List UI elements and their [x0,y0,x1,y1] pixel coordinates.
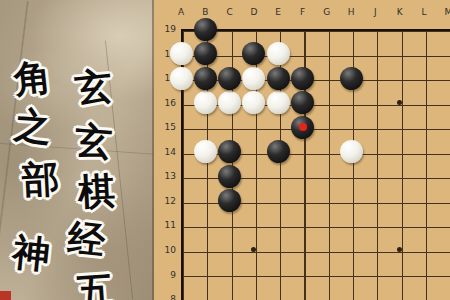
column-label-L: L [417,7,431,17]
title-right-char-5: 五 [75,272,114,300]
red-corner-mark [0,291,11,300]
column-label-B: B [198,7,212,17]
go-board-panel: ABCDEFGHJKLM1918171615141312111098 [154,0,450,300]
column-label-E: E [271,7,285,17]
row-label-16: 16 [156,98,176,108]
white-stone-B16 [194,91,217,114]
row-label-11: 11 [156,220,176,230]
white-stone-A17 [170,67,193,90]
title-left-char-2: 之 [13,107,52,146]
white-stone-H14 [340,140,363,163]
black-stone-B17 [194,67,217,90]
last-move-marker [299,123,307,131]
row-label-19: 19 [156,24,176,34]
title-right-char-2: 玄 [74,122,113,161]
column-label-A: A [174,7,188,17]
title-right-char-3: 棋 [77,172,116,211]
white-stone-D17 [242,67,265,90]
row-label-8: 8 [156,294,176,300]
white-stone-E16 [267,91,290,114]
title-left-char-1: 角 [12,58,53,99]
title-right-char-1: 玄 [73,67,114,108]
column-label-M: M [441,7,450,17]
row-label-13: 13 [156,171,176,181]
black-stone-B18 [194,42,217,65]
black-stone-C13 [218,165,241,188]
black-stone-B19 [194,18,217,41]
column-label-G: G [320,7,334,17]
title-left-char-4: 神 [11,233,52,274]
white-stone-E18 [267,42,290,65]
title-panel: 玄玄棋经五角之部神 [0,0,154,300]
column-label-K: K [393,7,407,17]
row-label-10: 10 [156,245,176,255]
row-label-14: 14 [156,147,176,157]
row-label-9: 9 [156,270,176,280]
black-stone-F16 [291,91,314,114]
black-stone-F17 [291,67,314,90]
title-right-char-4: 经 [66,219,107,260]
column-label-J: J [368,7,382,17]
column-label-C: C [223,7,237,17]
black-stone-F15 [291,116,314,139]
go-app-screen: 玄玄棋经五角之部神 ABCDEFGHJKLM191817161514131211… [0,0,450,300]
white-stone-B14 [194,140,217,163]
white-stone-A18 [170,42,193,65]
black-stone-C17 [218,67,241,90]
black-stone-E14 [267,140,290,163]
column-label-D: D [247,7,261,17]
title-left-char-3: 部 [21,160,60,199]
row-label-15: 15 [156,122,176,132]
black-stone-E17 [267,67,290,90]
row-label-12: 12 [156,196,176,206]
black-stone-H17 [340,67,363,90]
column-label-F: F [296,7,310,17]
column-label-H: H [344,7,358,17]
